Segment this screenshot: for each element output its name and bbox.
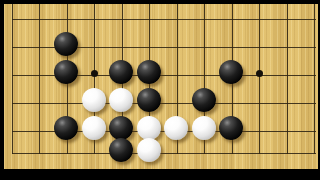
black-stone[interactable] (109, 60, 133, 84)
white-stone[interactable] (164, 116, 188, 140)
white-stone[interactable] (137, 138, 161, 162)
grid-hline-3 (12, 103, 316, 104)
black-stone[interactable] (54, 32, 78, 56)
go-board[interactable] (4, 4, 318, 169)
black-stone[interactable] (54, 116, 78, 140)
white-stone[interactable] (82, 116, 106, 140)
black-stone[interactable] (137, 88, 161, 112)
black-stone[interactable] (109, 138, 133, 162)
video-frame (0, 0, 320, 180)
grid-hline-0 (12, 19, 316, 20)
black-stone[interactable] (219, 116, 243, 140)
white-stone[interactable] (82, 88, 106, 112)
white-stone[interactable] (192, 116, 216, 140)
black-stone[interactable] (192, 88, 216, 112)
black-stone[interactable] (137, 60, 161, 84)
star-point-icon (256, 70, 263, 77)
star-point-icon (91, 70, 98, 77)
white-stone[interactable] (137, 116, 161, 140)
grid-hline-5 (12, 153, 316, 154)
white-stone[interactable] (109, 88, 133, 112)
black-stone[interactable] (54, 60, 78, 84)
black-stone[interactable] (219, 60, 243, 84)
black-stone[interactable] (109, 116, 133, 140)
